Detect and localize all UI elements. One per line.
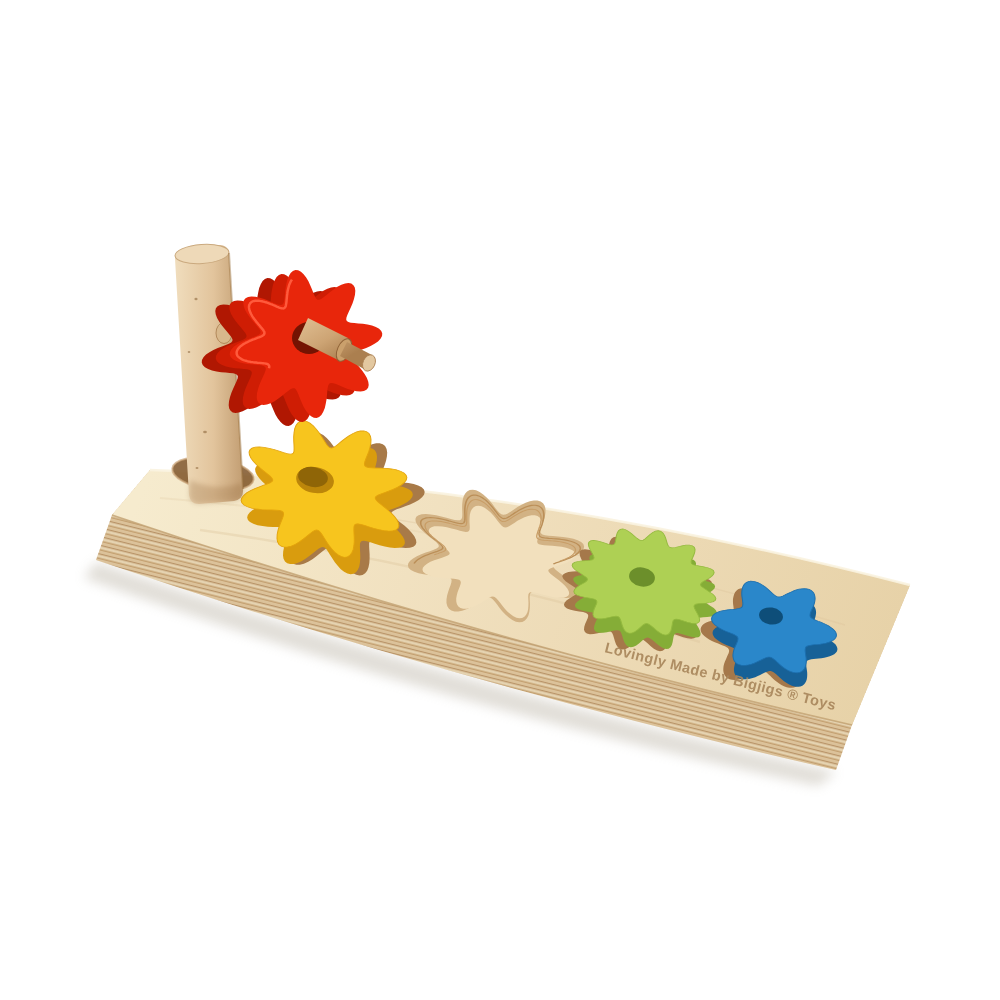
toy-photo-svg: Lovingly Made by Bigjigs ® Toys	[0, 0, 1000, 1000]
product-photo: Lovingly Made by Bigjigs ® Toys	[0, 0, 1000, 1000]
